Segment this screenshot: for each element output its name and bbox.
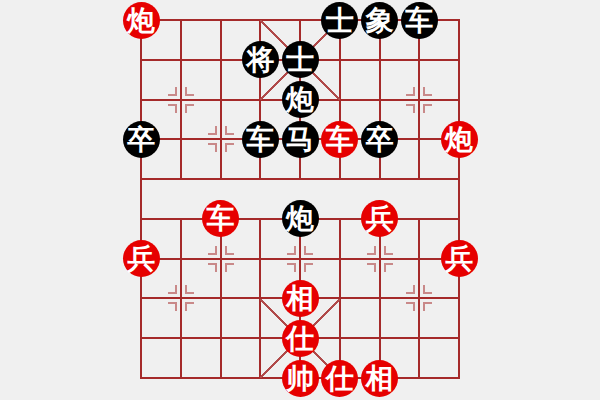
- red-chariot[interactable]: 车: [321, 121, 358, 158]
- board-cell: [418, 337, 458, 377]
- point-marker: [423, 285, 432, 294]
- point-marker: [168, 87, 177, 96]
- black-cannon[interactable]: 炮: [282, 81, 319, 118]
- point-marker: [423, 302, 432, 311]
- red-cannon[interactable]: 炮: [123, 2, 160, 39]
- point-marker: [423, 87, 432, 96]
- point-marker: [304, 246, 313, 255]
- black-chariot[interactable]: 车: [401, 2, 438, 39]
- point-marker: [384, 246, 393, 255]
- black-advisor[interactable]: 士: [282, 41, 319, 78]
- black-cannon[interactable]: 炮: [282, 200, 319, 237]
- red-advisor[interactable]: 仕: [321, 360, 358, 397]
- red-advisor[interactable]: 仕: [282, 320, 319, 357]
- red-cannon[interactable]: 炮: [441, 121, 478, 158]
- point-marker: [225, 263, 234, 272]
- point-marker: [225, 126, 234, 135]
- point-marker: [406, 302, 415, 311]
- point-marker: [423, 104, 432, 113]
- board-cell: [180, 19, 220, 59]
- point-marker: [406, 285, 415, 294]
- red-elephant[interactable]: 相: [361, 360, 398, 397]
- point-marker: [185, 87, 194, 96]
- black-elephant[interactable]: 象: [361, 2, 398, 39]
- point-marker: [287, 263, 296, 272]
- board-cell: [140, 178, 180, 218]
- black-soldier[interactable]: 卒: [123, 121, 160, 158]
- xiangqi-board: 炮士象车将士炮卒车马车卒炮车炮兵兵兵相仕帅仕相: [0, 0, 600, 400]
- red-chariot[interactable]: 车: [202, 200, 239, 237]
- board-cell: [140, 337, 180, 377]
- point-marker: [367, 246, 376, 255]
- point-marker: [208, 246, 217, 255]
- black-horse[interactable]: 马: [282, 121, 319, 158]
- board-cell: [339, 59, 379, 99]
- point-marker: [225, 246, 234, 255]
- black-chariot[interactable]: 车: [242, 121, 279, 158]
- red-soldier[interactable]: 兵: [123, 240, 160, 277]
- red-soldier[interactable]: 兵: [441, 240, 478, 277]
- board-cell: [220, 297, 260, 337]
- black-advisor[interactable]: 士: [321, 2, 358, 39]
- board-cell: [418, 178, 458, 218]
- point-marker: [168, 285, 177, 294]
- point-marker: [208, 143, 217, 152]
- red-soldier[interactable]: 兵: [361, 200, 398, 237]
- page-background: 炮士象车将士炮卒车马车卒炮车炮兵兵兵相仕帅仕相: [0, 0, 600, 400]
- point-marker: [384, 263, 393, 272]
- point-marker: [185, 285, 194, 294]
- point-marker: [168, 104, 177, 113]
- red-general[interactable]: 帅: [282, 360, 319, 397]
- point-marker: [168, 302, 177, 311]
- board-cell: [220, 337, 260, 377]
- point-marker: [185, 104, 194, 113]
- point-marker: [304, 263, 313, 272]
- point-marker: [208, 126, 217, 135]
- point-marker: [287, 246, 296, 255]
- point-marker: [367, 263, 376, 272]
- board-cell: [339, 297, 379, 337]
- red-elephant[interactable]: 相: [282, 280, 319, 317]
- point-marker: [406, 104, 415, 113]
- point-marker: [406, 87, 415, 96]
- point-marker: [185, 302, 194, 311]
- black-soldier[interactable]: 卒: [361, 121, 398, 158]
- point-marker: [225, 143, 234, 152]
- board-cell: [180, 337, 220, 377]
- black-general[interactable]: 将: [242, 41, 279, 78]
- point-marker: [208, 263, 217, 272]
